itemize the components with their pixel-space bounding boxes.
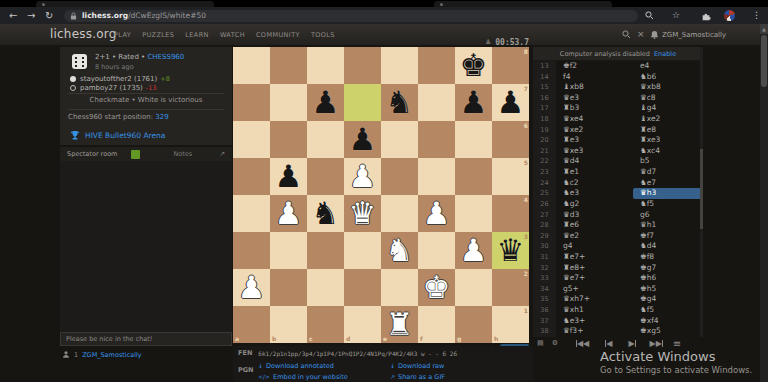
piece-wP-f4[interactable]: ♟	[418, 195, 455, 232]
move-number: 33	[533, 273, 556, 284]
square-h1[interactable]: h1	[492, 306, 529, 343]
move-17-white[interactable]: ♜b3	[556, 103, 633, 114]
white-color-icon	[70, 76, 76, 82]
move-28-white[interactable]: ♜e6	[556, 220, 633, 231]
move-number: 13	[533, 61, 556, 72]
scroll-up-icon[interactable]: ▲	[760, 24, 768, 34]
browser-menu-icon[interactable]: ⋮	[752, 8, 761, 23]
pgn-link-label: Download annotated	[266, 362, 334, 370]
file-label-e: e	[383, 335, 387, 342]
move-number: 36	[533, 305, 556, 316]
square-g1[interactable]: g	[455, 306, 492, 343]
square-a6[interactable]	[233, 121, 270, 158]
game-meta-panel: 2+1 • Rated • CHESS960 8 hours ago stayo…	[60, 47, 232, 145]
square-b3[interactable]	[270, 232, 307, 269]
square-d3[interactable]	[344, 232, 381, 269]
page-scrollbar[interactable]: ▲	[760, 24, 768, 382]
rank-label-2: 2	[524, 270, 528, 277]
chat-tabs: Spectator room Notes ↗	[60, 147, 232, 161]
move-number: 26	[533, 199, 556, 210]
rank-label-6: 6	[524, 122, 528, 129]
square-e3[interactable]: ♞	[381, 232, 418, 269]
search-icon[interactable]	[622, 30, 631, 39]
move-33-white[interactable]: ♛e7+	[556, 273, 633, 284]
room-toggle[interactable]	[131, 150, 140, 159]
square-h8[interactable]: 8	[492, 47, 529, 84]
fen-value[interactable]: 6k1/2p1n1pp/3p4/1p1P4/1PnQ1P2/4N1Pq/P4K2…	[258, 350, 457, 357]
move-number: 32	[533, 263, 556, 274]
move-number: 16	[533, 93, 556, 104]
activate-windows-watermark: Activate Windows	[600, 349, 715, 364]
square-e5[interactable]	[381, 158, 418, 195]
move-number: 20	[533, 135, 556, 146]
move-20-black[interactable]: ♜xe3	[633, 135, 703, 146]
pgn-link-icon: ↓	[390, 362, 395, 369]
move-list: 13♚f2e414f4♞b615♝xb8♛xb816♛e3♛c817♜b3♝g4…	[533, 61, 703, 337]
move-23-black[interactable]: ♛d7	[633, 167, 703, 178]
square-g6[interactable]	[455, 121, 492, 158]
black-color-icon	[70, 85, 76, 91]
move-17-black[interactable]: ♝g4	[633, 103, 703, 114]
lock-icon	[70, 12, 77, 20]
divider	[68, 109, 224, 110]
move-38-white[interactable]: ♛f3+	[556, 326, 633, 337]
player-name-rating: stayoutofther2 (1761)	[80, 75, 157, 83]
square-h5[interactable]: 5	[492, 158, 529, 195]
pgn-link-label: Embed in your website	[273, 373, 348, 381]
move-number: 24	[533, 178, 556, 189]
rating-delta: +8	[160, 75, 170, 83]
spectator-name[interactable]: ZGM_Samostically	[82, 351, 142, 359]
square-d6[interactable]: ♟	[344, 121, 381, 158]
address-bar[interactable]: lichess.org/dCwEzgIS/white#50	[64, 10, 638, 22]
square-f7[interactable]	[418, 84, 455, 121]
header-username[interactable]: ZGM_Samostically	[662, 31, 726, 39]
square-c7[interactable]: ♟	[307, 84, 344, 121]
move-30-white[interactable]: g4	[556, 241, 633, 252]
fen-label: FEN	[238, 349, 252, 357]
move-number: 27	[533, 210, 556, 221]
challenge-icon[interactable]: ×	[637, 29, 645, 39]
resize-icon[interactable]: ↗	[219, 150, 225, 158]
move-15-white[interactable]: ♝xb8	[556, 82, 633, 93]
forward-icon[interactable]: →	[27, 8, 35, 23]
move-38-black[interactable]: ♚xg5	[633, 326, 703, 337]
move-number: 38	[533, 326, 556, 337]
file-label-h: h	[494, 335, 498, 342]
pgn-link-download-annotated[interactable]: ↓Download annotated	[258, 360, 390, 371]
pgn-link-icon: ↓	[258, 362, 263, 369]
move-34-black[interactable]: ♚h5	[633, 284, 703, 295]
square-f8[interactable]	[418, 47, 455, 84]
move-21-white[interactable]: ♛xe3	[556, 146, 633, 157]
chat-messages[interactable]	[60, 161, 232, 332]
move-number: 25	[533, 188, 556, 199]
square-a3[interactable]	[233, 232, 270, 269]
square-h6[interactable]: 6	[492, 121, 529, 158]
extensions-puzzle-icon[interactable]	[701, 11, 711, 21]
game-setup-line: 2+1 • Rated • CHESS960	[95, 53, 184, 61]
move-19-white[interactable]: ♛xe2	[556, 125, 633, 136]
nav-item-learn[interactable]: LEARN	[185, 31, 209, 39]
url-domain: lichess.org	[82, 11, 128, 20]
square-f4[interactable]: ♟	[418, 195, 455, 232]
back-icon[interactable]: ←	[9, 8, 17, 23]
move-20-white[interactable]: ♜e3	[556, 135, 633, 146]
pgn-link-download-raw[interactable]: ↓Download raw	[390, 360, 522, 371]
piece-wQ-d4[interactable]: ♛	[344, 195, 381, 232]
square-b7[interactable]	[270, 84, 307, 121]
move-31-white[interactable]: ♜e7+	[556, 252, 633, 263]
main-nav: PLAYPUZZLESLEARNWATCHCOMMUNITYTOOLS	[114, 31, 335, 39]
square-c8[interactable]	[307, 47, 344, 84]
game-time-ago: 8 hours ago	[95, 63, 134, 71]
move-25-white[interactable]: ♞e3	[556, 188, 633, 199]
file-label-c: c	[309, 335, 313, 342]
square-f2[interactable]: ♚	[418, 269, 455, 306]
square-d4[interactable]: ♛	[344, 195, 381, 232]
move-18-black[interactable]: ♝xe2	[633, 114, 703, 125]
favicon	[42, 3, 45, 6]
move-number: 22	[533, 156, 556, 167]
move-32-black[interactable]: ♚g7	[633, 263, 703, 274]
file-label-d: d	[346, 335, 350, 342]
file-label-g: g	[457, 335, 461, 342]
move-16-black[interactable]: ♛c8	[633, 93, 703, 104]
square-g7[interactable]: ♟	[455, 84, 492, 121]
chat-input[interactable]: Please be nice in the chat!	[60, 332, 232, 346]
spectator-icon	[62, 350, 70, 359]
nav-item-tools[interactable]: TOOLS	[311, 31, 335, 39]
analysis-banner-text: Computer analysis disabled	[560, 50, 650, 58]
piece-bP-b5[interactable]: ♟	[270, 158, 307, 195]
move-number: 18	[533, 114, 556, 125]
tournament-name: HIVE Bullet960 Arena	[85, 131, 165, 140]
bell-icon[interactable]	[650, 30, 659, 39]
move-26-black[interactable]: ♞f5	[633, 199, 703, 210]
enable-analysis-button[interactable]: Enable	[654, 50, 676, 58]
move-37-white[interactable]: ♞e3+	[556, 316, 633, 327]
pgn-link-icon: </>	[258, 373, 270, 380]
game-result: Checkmate • White is victorious	[60, 96, 232, 104]
move-37-black[interactable]: ♚xf4	[633, 316, 703, 327]
move-22-black[interactable]: b5	[633, 156, 703, 167]
tournament-link[interactable]: HIVE Bullet960 Arena	[70, 130, 165, 141]
move-13-white[interactable]: ♚f2	[556, 61, 633, 72]
square-e8[interactable]	[381, 47, 418, 84]
piece-wN-e3[interactable]: ♞	[381, 232, 418, 269]
nav-item-puzzles[interactable]: PUZZLES	[142, 31, 174, 39]
move-15-black[interactable]: ♛xb8	[633, 82, 703, 93]
square-f6[interactable]	[418, 121, 455, 158]
move-number: 17	[533, 103, 556, 114]
square-f5[interactable]	[418, 158, 455, 195]
rank-label-1: 1	[524, 307, 528, 314]
analysis-banner: Computer analysis disabled Enable	[533, 47, 703, 61]
move-35-white[interactable]: ♛xh7+	[556, 294, 633, 305]
move-number: 35	[533, 294, 556, 305]
square-g4[interactable]	[455, 195, 492, 232]
spectators-row: 1 ZGM_Samostically	[62, 350, 142, 359]
piece-bP-d6[interactable]: ♟	[344, 121, 381, 158]
move-number: 34	[533, 284, 556, 295]
chess-board[interactable]: ♚8♟♞♟♟7♟6♟♟5♟♞♛♟4♞♟♛3♟♚2abcd♜efgh1	[233, 47, 529, 343]
move-27-white[interactable]: ♛d3	[556, 210, 633, 221]
move-29-white[interactable]: ♛e2	[556, 231, 633, 242]
square-d2[interactable]	[344, 269, 381, 306]
move-34-white[interactable]: g5+	[556, 284, 633, 295]
pgn-links: ↓Download annotated↓Download raw</>Embed…	[258, 360, 528, 382]
chat-placeholder: Please be nice in the chat!	[66, 335, 152, 343]
square-e6[interactable]	[381, 121, 418, 158]
pgn-link-share-as-a-gif[interactable]: ↗Share as a GIF	[390, 371, 522, 382]
gear-icon[interactable]: ⚙	[552, 337, 558, 350]
piece-bK-g8[interactable]: ♚	[455, 47, 492, 84]
move-number: 21	[533, 146, 556, 157]
move-23-white[interactable]: ♜e1	[556, 167, 633, 178]
pgn-link-label: Download raw	[398, 362, 444, 370]
zoom-icon[interactable]	[645, 11, 654, 20]
move-number: 28	[533, 220, 556, 231]
move-25-black[interactable]: ♛h3	[633, 188, 703, 199]
pgn-link-icon: ↗	[390, 373, 395, 380]
black-clock: ♟ 00:53.7	[470, 37, 529, 47]
piece-bN-e7[interactable]: ♞	[381, 84, 418, 121]
move-18-white[interactable]: ♛xe4	[556, 114, 633, 125]
browser-profile-avatar[interactable]	[724, 10, 735, 21]
first-move-button[interactable]: ◀◀	[576, 337, 589, 350]
move-number: 14	[533, 72, 556, 83]
move-number: 37	[533, 316, 556, 327]
browser-toolbar: ← → ↻ lichess.org/dCwEzgIS/white#50 ☆ ⋮	[0, 7, 768, 24]
square-c3[interactable]	[307, 232, 344, 269]
piece-wP-a2[interactable]: ♟	[233, 269, 270, 306]
nav-item-watch[interactable]: WATCH	[220, 31, 245, 39]
square-b1[interactable]: b	[270, 306, 307, 343]
spectators-count: 1	[74, 351, 78, 359]
move-30-black[interactable]: ♞d4	[633, 241, 703, 252]
start-position-link[interactable]: 329	[155, 113, 168, 121]
black-time: 00:53.7	[495, 38, 529, 47]
move-list-scroll-thumb[interactable]	[700, 149, 703, 229]
square-c1[interactable]: c	[307, 306, 344, 343]
rank-label-4: 4	[524, 196, 528, 203]
move-36-white[interactable]: ♛xh1	[556, 305, 633, 316]
tab-notes[interactable]: Notes	[173, 150, 192, 158]
square-d7[interactable]	[344, 84, 381, 121]
square-e7[interactable]: ♞	[381, 84, 418, 121]
square-a1[interactable]: a	[233, 306, 270, 343]
move-13-black[interactable]: e4	[633, 61, 703, 72]
move-14-white[interactable]: f4	[556, 72, 633, 83]
variant-label: CHESS960	[147, 53, 184, 61]
black-piece-icon: ♟	[485, 38, 491, 46]
move-16-white[interactable]: ♛e3	[556, 93, 633, 104]
square-h4[interactable]: 4	[492, 195, 529, 232]
square-a8[interactable]	[233, 47, 270, 84]
piece-bP-g7[interactable]: ♟	[455, 84, 492, 121]
reload-icon[interactable]: ↻	[45, 8, 53, 23]
square-h7[interactable]: ♟7	[492, 84, 529, 121]
site-header: lichess.org PLAYPUZZLESLEARNWATCHCOMMUNI…	[0, 24, 768, 45]
rank-label-3: 3	[524, 233, 528, 240]
square-g3[interactable]: ♟	[455, 232, 492, 269]
square-f3[interactable]	[418, 232, 455, 269]
rank-label-8: 8	[524, 48, 528, 55]
move-21-black[interactable]: ♞xc4	[633, 146, 703, 157]
square-c2[interactable]	[307, 269, 344, 306]
move-24-black[interactable]: ♞e7	[633, 178, 703, 189]
player-white[interactable]: stayoutofther2 (1761)+8	[70, 74, 170, 83]
move-number: 31	[533, 252, 556, 263]
move-number: 23	[533, 167, 556, 178]
square-g8[interactable]: ♚	[455, 47, 492, 84]
square-b8[interactable]	[270, 47, 307, 84]
square-c6[interactable]	[307, 121, 344, 158]
square-f1[interactable]: f	[418, 306, 455, 343]
favicon	[440, 3, 443, 6]
piece-wK-f2[interactable]: ♚	[418, 269, 455, 306]
flip-board-icon[interactable]: ▤	[537, 337, 544, 350]
rating-delta: -13	[146, 84, 157, 92]
square-b4[interactable]: ♟	[270, 195, 307, 232]
square-b6[interactable]	[270, 121, 307, 158]
url-path: /dCwEzgIS/white#50	[128, 11, 206, 20]
pgn-label: PGN	[238, 366, 254, 374]
piece-wP-d5[interactable]: ♟	[344, 158, 381, 195]
square-b5[interactable]: ♟	[270, 158, 307, 195]
site-logo[interactable]: lichess.org	[50, 27, 116, 41]
player-name-rating: pamboy27 (1735)	[80, 84, 143, 92]
move-14-black[interactable]: ♞b6	[633, 72, 703, 83]
rank-label-5: 5	[524, 159, 528, 166]
square-g2[interactable]	[455, 269, 492, 306]
move-number: 29	[533, 231, 556, 242]
square-c4[interactable]: ♞	[307, 195, 344, 232]
page-scroll-thumb[interactable]	[761, 35, 767, 87]
move-22-white[interactable]: ♛d4	[556, 156, 633, 167]
piece-bP-c7[interactable]: ♟	[307, 84, 344, 121]
square-d1[interactable]: d	[344, 306, 381, 343]
square-e2[interactable]	[381, 269, 418, 306]
square-d5[interactable]: ♟	[344, 158, 381, 195]
square-e1[interactable]: ♜e	[381, 306, 418, 343]
chess960-dice-icon	[72, 54, 87, 69]
piece-wP-g3[interactable]: ♟	[455, 232, 492, 269]
lichess-page: lichess.org PLAYPUZZLESLEARNWATCHCOMMUNI…	[0, 24, 768, 382]
piece-wP-b4[interactable]: ♟	[270, 195, 307, 232]
move-number: 15	[533, 82, 556, 93]
pgn-link-label: Share as a GIF	[398, 373, 445, 381]
move-28-black[interactable]: ♛h1	[633, 220, 703, 231]
square-h2[interactable]: 2	[492, 269, 529, 306]
square-a4[interactable]	[233, 195, 270, 232]
fen-pgn-panel: FEN 6k1/2p1n1pp/3p4/1p1P4/1PnQ1P2/4N1Pq/…	[233, 346, 533, 382]
square-e4[interactable]	[381, 195, 418, 232]
square-b2[interactable]	[270, 269, 307, 306]
start-position: Chess960 start position: 329	[68, 113, 169, 121]
pgn-link-embed-in-your-website[interactable]: </>Embed in your website	[258, 371, 390, 382]
square-h3[interactable]: ♛3	[492, 232, 529, 269]
divider	[68, 93, 224, 94]
square-c5[interactable]	[307, 158, 344, 195]
player-black[interactable]: pamboy27 (1735)-13	[70, 83, 170, 92]
square-a7[interactable]	[233, 84, 270, 121]
move-35-black[interactable]: ♚g4	[633, 294, 703, 305]
move-19-black[interactable]: ♜e8	[633, 125, 703, 136]
nav-item-community[interactable]: COMMUNITY	[256, 31, 300, 39]
move-32-white[interactable]: ♜e8+	[556, 263, 633, 274]
bookmark-star-icon[interactable]: ☆	[672, 8, 680, 23]
page: ← → ↻ lichess.org/dCwEzgIS/white#50 ☆ ⋮ …	[0, 0, 768, 382]
square-d8[interactable]	[344, 47, 381, 84]
move-33-black[interactable]: ♚h6	[633, 273, 703, 284]
move-24-white[interactable]: ♞c2	[556, 178, 633, 189]
browser-tab-strip	[0, 0, 768, 7]
move-26-white[interactable]: ♞g2	[556, 199, 633, 210]
piece-bN-c4[interactable]: ♞	[307, 195, 344, 232]
move-36-black[interactable]: ♞f5	[633, 305, 703, 316]
activate-windows-subtext: Go to Settings to activate Windows.	[600, 365, 752, 375]
move-29-black[interactable]: ♚f7	[633, 231, 703, 242]
move-number: 19	[533, 125, 556, 136]
move-31-black[interactable]: ♚f8	[633, 252, 703, 263]
file-label-a: a	[235, 335, 239, 342]
nav-item-play[interactable]: PLAY	[114, 31, 131, 39]
rank-label-7: 7	[524, 85, 528, 92]
square-a5[interactable]	[233, 158, 270, 195]
players-list: stayoutofther2 (1761)+8pamboy27 (1735)-1…	[70, 74, 170, 92]
move-number: 30	[533, 241, 556, 252]
file-label-f: f	[420, 335, 423, 342]
square-a2[interactable]: ♟	[233, 269, 270, 306]
file-label-b: b	[272, 335, 276, 342]
move-27-black[interactable]: g6	[633, 210, 703, 221]
square-g5[interactable]	[455, 158, 492, 195]
tab-spectator-room[interactable]: Spectator room	[67, 150, 117, 158]
trophy-icon	[70, 130, 80, 141]
